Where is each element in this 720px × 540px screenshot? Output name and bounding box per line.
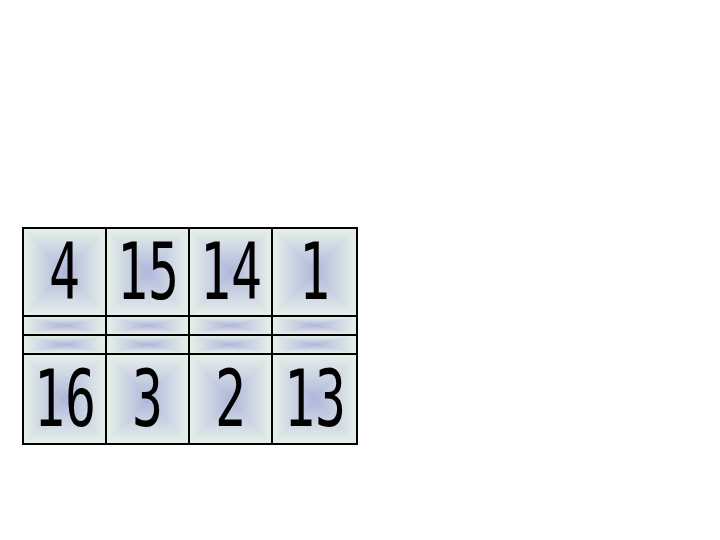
board-cell-r3c3[interactable] [190, 336, 273, 355]
cell-number: 16 [34, 360, 96, 438]
board-cell-r2c4[interactable] [273, 317, 356, 336]
cell-number: 14 [200, 233, 262, 311]
board-cell-r4c2: 3 [107, 355, 190, 443]
board-cell-r1c1: 4 [24, 229, 107, 317]
board-cell-r1c4: 1 [273, 229, 356, 317]
cell-number: 13 [284, 360, 346, 438]
cell-number: 1 [299, 233, 330, 311]
board-cell-r3c4[interactable] [273, 336, 356, 355]
board-cell-r1c2: 15 [107, 229, 190, 317]
cell-number: 3 [132, 360, 163, 438]
board-cell-r2c2[interactable] [107, 317, 190, 336]
board-cell-r2c3[interactable] [190, 317, 273, 336]
board-cell-r2c1[interactable] [24, 317, 107, 336]
magic-square-board: 415141163213 [22, 227, 358, 445]
slide-canvas: 415141163213 [0, 0, 720, 540]
board-cell-r1c3: 14 [190, 229, 273, 317]
board-cell-r4c4: 13 [273, 355, 356, 443]
board-cell-r3c1[interactable] [24, 336, 107, 355]
cell-number: 4 [49, 233, 80, 311]
cell-number: 15 [117, 233, 179, 311]
board-cell-r4c1: 16 [24, 355, 107, 443]
cell-number: 2 [215, 360, 246, 438]
board-cell-r4c3: 2 [190, 355, 273, 443]
board-cell-r3c2[interactable] [107, 336, 190, 355]
